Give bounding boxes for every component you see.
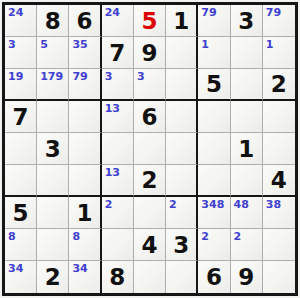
entered-digit: 5 bbox=[141, 10, 157, 33]
cell-r6c6[interactable] bbox=[166, 165, 198, 197]
pencil-marks: 348 bbox=[201, 199, 224, 210]
placed-digit: 5 bbox=[206, 73, 222, 96]
cell-r3c2[interactable]: 179 bbox=[37, 69, 69, 101]
cell-r1c3[interactable]: 6 bbox=[69, 5, 101, 37]
cell-r3c7[interactable]: 5 bbox=[198, 69, 230, 101]
pencil-marks: 3 bbox=[8, 39, 16, 50]
cell-r2c3[interactable]: 35 bbox=[69, 37, 101, 69]
cell-r4c2[interactable] bbox=[37, 101, 69, 133]
placed-digit: 2 bbox=[45, 266, 61, 289]
placed-digit: 1 bbox=[77, 202, 93, 225]
cell-r8c7[interactable]: 2 bbox=[198, 229, 230, 261]
cell-r5c9[interactable] bbox=[263, 133, 295, 165]
cell-r6c9[interactable]: 4 bbox=[263, 165, 295, 197]
cell-r6c4[interactable]: 13 bbox=[102, 165, 134, 197]
placed-digit: 3 bbox=[173, 234, 189, 257]
cell-r7c6[interactable]: 2 bbox=[166, 197, 198, 229]
sudoku-page: 2486245179379353579111917979335271363113… bbox=[0, 0, 300, 298]
cell-r1c7[interactable]: 79 bbox=[198, 5, 230, 37]
placed-digit: 9 bbox=[141, 42, 157, 65]
cell-r2c4[interactable]: 7 bbox=[102, 37, 134, 69]
cell-r4c5[interactable]: 6 bbox=[134, 101, 166, 133]
cell-r5c6[interactable] bbox=[166, 133, 198, 165]
cell-r6c7[interactable] bbox=[198, 165, 230, 197]
cell-r8c2[interactable] bbox=[37, 229, 69, 261]
pencil-marks: 5 bbox=[40, 39, 48, 50]
cell-r5c7[interactable] bbox=[198, 133, 230, 165]
cell-r7c4[interactable]: 2 bbox=[102, 197, 134, 229]
cell-r9c6[interactable] bbox=[166, 261, 198, 293]
cell-r7c9[interactable]: 38 bbox=[263, 197, 295, 229]
cell-r6c2[interactable] bbox=[37, 165, 69, 197]
cell-r3c8[interactable] bbox=[231, 69, 263, 101]
cell-r2c8[interactable] bbox=[231, 37, 263, 69]
cell-r7c5[interactable] bbox=[134, 197, 166, 229]
pencil-marks: 2 bbox=[234, 231, 242, 242]
cell-r3c4[interactable]: 3 bbox=[102, 69, 134, 101]
cell-r4c9[interactable] bbox=[263, 101, 295, 133]
placed-digit: 3 bbox=[238, 10, 254, 33]
cell-r2c2[interactable]: 5 bbox=[37, 37, 69, 69]
cell-r8c9[interactable] bbox=[263, 229, 295, 261]
cell-r4c4[interactable]: 13 bbox=[102, 101, 134, 133]
pencil-marks: 79 bbox=[72, 71, 87, 82]
cell-r8c8[interactable]: 2 bbox=[231, 229, 263, 261]
cell-r1c5[interactable]: 5 bbox=[134, 5, 166, 37]
cell-r9c7[interactable]: 6 bbox=[198, 261, 230, 293]
placed-digit: 6 bbox=[77, 10, 93, 33]
cell-r5c8[interactable]: 1 bbox=[231, 133, 263, 165]
cell-r2c1[interactable]: 3 bbox=[5, 37, 37, 69]
cell-r5c2[interactable]: 3 bbox=[37, 133, 69, 165]
cell-r8c3[interactable]: 8 bbox=[69, 229, 101, 261]
cell-r3c9[interactable]: 2 bbox=[263, 69, 295, 101]
cell-r3c3[interactable]: 79 bbox=[69, 69, 101, 101]
cell-r9c1[interactable]: 34 bbox=[5, 261, 37, 293]
pencil-marks: 79 bbox=[266, 7, 281, 18]
cell-r2c9[interactable]: 1 bbox=[263, 37, 295, 69]
placed-digit: 7 bbox=[13, 106, 29, 129]
cell-r5c3[interactable] bbox=[69, 133, 101, 165]
cell-r8c5[interactable]: 4 bbox=[134, 229, 166, 261]
cell-r8c6[interactable]: 3 bbox=[166, 229, 198, 261]
cell-r5c5[interactable] bbox=[134, 133, 166, 165]
pencil-marks: 34 bbox=[72, 263, 87, 274]
placed-digit: 6 bbox=[141, 106, 157, 129]
sudoku-board: 2486245179379353579111917979335271363113… bbox=[2, 2, 298, 296]
pencil-marks: 13 bbox=[105, 103, 120, 114]
cell-r8c4[interactable] bbox=[102, 229, 134, 261]
cell-r1c4[interactable]: 24 bbox=[102, 5, 134, 37]
cell-r7c2[interactable] bbox=[37, 197, 69, 229]
pencil-marks: 8 bbox=[72, 231, 80, 242]
cell-r4c3[interactable] bbox=[69, 101, 101, 133]
cell-r1c6[interactable]: 1 bbox=[166, 5, 198, 37]
cell-r9c4[interactable]: 8 bbox=[102, 261, 134, 293]
cell-r9c3[interactable]: 34 bbox=[69, 261, 101, 293]
pencil-marks: 34 bbox=[8, 263, 23, 274]
pencil-marks: 19 bbox=[8, 71, 23, 82]
cell-r4c6[interactable] bbox=[166, 101, 198, 133]
pencil-marks: 2 bbox=[169, 199, 177, 210]
pencil-marks: 3 bbox=[105, 71, 113, 82]
cell-r1c9[interactable]: 79 bbox=[263, 5, 295, 37]
placed-digit: 1 bbox=[173, 10, 189, 33]
pencil-marks: 2 bbox=[201, 231, 209, 242]
placed-digit: 7 bbox=[109, 42, 125, 65]
cell-r5c1[interactable] bbox=[5, 133, 37, 165]
placed-digit: 4 bbox=[271, 169, 287, 192]
cell-r9c8[interactable]: 9 bbox=[231, 261, 263, 293]
cell-r9c5[interactable] bbox=[134, 261, 166, 293]
placed-digit: 2 bbox=[271, 73, 287, 96]
placed-digit: 8 bbox=[109, 266, 125, 289]
pencil-marks: 1 bbox=[201, 39, 209, 50]
cell-r7c8[interactable]: 48 bbox=[231, 197, 263, 229]
cell-r9c9[interactable] bbox=[263, 261, 295, 293]
pencil-marks: 8 bbox=[8, 231, 16, 242]
cell-r3c1[interactable]: 19 bbox=[5, 69, 37, 101]
pencil-marks: 38 bbox=[266, 199, 281, 210]
placed-digit: 3 bbox=[45, 138, 61, 161]
pencil-marks: 79 bbox=[201, 7, 216, 18]
placed-digit: 5 bbox=[13, 202, 29, 225]
cell-r7c3[interactable]: 1 bbox=[69, 197, 101, 229]
placed-digit: 4 bbox=[141, 234, 157, 257]
placed-digit: 2 bbox=[141, 169, 157, 192]
pencil-marks: 24 bbox=[105, 7, 120, 18]
pencil-marks: 1 bbox=[266, 39, 274, 50]
cell-r4c1[interactable]: 7 bbox=[5, 101, 37, 133]
cell-r6c3[interactable] bbox=[69, 165, 101, 197]
cell-r7c1[interactable]: 5 bbox=[5, 197, 37, 229]
cell-r2c5[interactable]: 9 bbox=[134, 37, 166, 69]
pencil-marks: 3 bbox=[137, 71, 145, 82]
pencil-marks: 2 bbox=[105, 199, 113, 210]
pencil-marks: 179 bbox=[40, 71, 63, 82]
placed-digit: 1 bbox=[238, 138, 254, 161]
cell-r3c5[interactable]: 3 bbox=[134, 69, 166, 101]
cell-r1c2[interactable]: 8 bbox=[37, 5, 69, 37]
pencil-marks: 48 bbox=[234, 199, 249, 210]
pencil-marks: 35 bbox=[72, 39, 87, 50]
cell-r1c8[interactable]: 3 bbox=[231, 5, 263, 37]
cell-r1c1[interactable]: 24 bbox=[5, 5, 37, 37]
cell-r4c8[interactable] bbox=[231, 101, 263, 133]
cell-r2c7[interactable]: 1 bbox=[198, 37, 230, 69]
pencil-marks: 24 bbox=[8, 7, 23, 18]
cell-r6c8[interactable] bbox=[231, 165, 263, 197]
cell-r8c1[interactable]: 8 bbox=[5, 229, 37, 261]
cell-r3c6[interactable] bbox=[166, 69, 198, 101]
cell-r2c6[interactable] bbox=[166, 37, 198, 69]
cell-r5c4[interactable] bbox=[102, 133, 134, 165]
cell-r9c2[interactable]: 2 bbox=[37, 261, 69, 293]
placed-digit: 6 bbox=[206, 266, 222, 289]
pencil-marks: 13 bbox=[105, 167, 120, 178]
cell-r4c7[interactable] bbox=[198, 101, 230, 133]
cell-r6c1[interactable] bbox=[5, 165, 37, 197]
cell-r6c5[interactable]: 2 bbox=[134, 165, 166, 197]
placed-digit: 8 bbox=[45, 10, 61, 33]
cell-r7c7[interactable]: 348 bbox=[198, 197, 230, 229]
placed-digit: 9 bbox=[238, 266, 254, 289]
